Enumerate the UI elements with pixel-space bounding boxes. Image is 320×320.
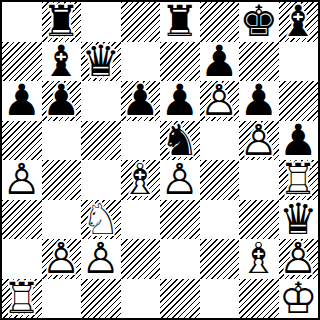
square-c1[interactable] [81,279,121,319]
square-g5[interactable]: ♟♙ [239,121,279,161]
piece-white-pawn[interactable]: ♟♙ [160,160,200,200]
square-a4[interactable]: ♟♙ [2,160,42,200]
piece-white-pawn[interactable]: ♟♙ [239,121,279,161]
square-f2[interactable] [200,239,240,279]
piece-white-pawn[interactable]: ♟♙ [200,81,240,121]
square-c6[interactable] [81,81,121,121]
square-f4[interactable] [200,160,240,200]
square-g8[interactable]: ♚♚ [239,2,279,42]
white-pawn-icon: ♙ [81,239,120,278]
square-f5[interactable] [200,121,240,161]
square-e4[interactable]: ♟♙ [160,160,200,200]
square-d4[interactable]: ♝♗ [121,160,161,200]
square-g4[interactable] [239,160,279,200]
square-b6[interactable]: ♟♟ [42,81,82,121]
square-a6[interactable]: ♟♟ [2,81,42,121]
piece-black-king[interactable]: ♚♚ [239,2,279,42]
square-b4[interactable] [42,160,82,200]
white-pawn-icon: ♙ [239,121,278,160]
square-c7[interactable]: ♛♛ [81,42,121,82]
piece-white-bishop[interactable]: ♝♗ [239,239,279,279]
square-h7[interactable] [279,42,319,82]
chess-board: ♜♜♜♜♚♚♝♝♝♝♛♛♟♟♟♟♟♟♟♟♟♟♟♙♟♟♞♞♟♙♟♟♟♙♝♗♟♙♜♖… [0,0,320,320]
piece-white-rook[interactable]: ♜♖ [2,279,42,319]
square-h1[interactable]: ♚♔ [279,279,319,319]
square-e8[interactable]: ♜♜ [160,2,200,42]
white-rook-icon: ♖ [2,279,41,318]
square-b5[interactable] [42,121,82,161]
white-pawn-icon: ♙ [200,81,239,120]
black-rook-icon: ♜ [160,2,199,41]
piece-white-pawn[interactable]: ♟♙ [81,239,121,279]
square-b2[interactable]: ♟♙ [42,239,82,279]
piece-white-king[interactable]: ♚♔ [279,279,319,319]
white-pawn-icon: ♙ [160,160,199,199]
square-a1[interactable]: ♜♖ [2,279,42,319]
black-pawn-icon: ♟ [121,81,160,120]
black-king-icon: ♚ [239,2,278,41]
black-pawn-icon: ♟ [2,81,41,120]
square-f3[interactable] [200,200,240,240]
square-e3[interactable] [160,200,200,240]
white-king-icon: ♔ [279,279,318,318]
square-a3[interactable] [2,200,42,240]
square-g2[interactable]: ♝♗ [239,239,279,279]
square-d8[interactable] [121,2,161,42]
square-f6[interactable]: ♟♙ [200,81,240,121]
black-queen-icon: ♛ [81,42,120,81]
square-h8[interactable]: ♝♝ [279,2,319,42]
square-c2[interactable]: ♟♙ [81,239,121,279]
white-pawn-icon: ♙ [42,239,81,278]
square-d2[interactable] [121,239,161,279]
square-f1[interactable] [200,279,240,319]
square-g1[interactable] [239,279,279,319]
square-c5[interactable] [81,121,121,161]
piece-black-pawn[interactable]: ♟♟ [121,81,161,121]
piece-black-queen[interactable]: ♛♛ [81,42,121,82]
white-bishop-icon: ♗ [239,239,278,278]
square-b1[interactable] [42,279,82,319]
black-pawn-icon: ♟ [42,81,81,120]
square-a8[interactable] [2,2,42,42]
square-e2[interactable] [160,239,200,279]
white-bishop-icon: ♗ [121,160,160,199]
piece-white-bishop[interactable]: ♝♗ [121,160,161,200]
piece-black-pawn[interactable]: ♟♟ [42,81,82,121]
piece-white-pawn[interactable]: ♟♙ [2,160,42,200]
piece-black-bishop[interactable]: ♝♝ [279,2,319,42]
piece-white-pawn[interactable]: ♟♙ [42,239,82,279]
square-d3[interactable] [121,200,161,240]
square-d6[interactable]: ♟♟ [121,81,161,121]
square-d1[interactable] [121,279,161,319]
white-pawn-icon: ♙ [2,160,41,199]
square-e1[interactable] [160,279,200,319]
black-bishop-icon: ♝ [279,2,318,41]
piece-black-pawn[interactable]: ♟♟ [2,81,42,121]
piece-black-rook[interactable]: ♜♜ [160,2,200,42]
